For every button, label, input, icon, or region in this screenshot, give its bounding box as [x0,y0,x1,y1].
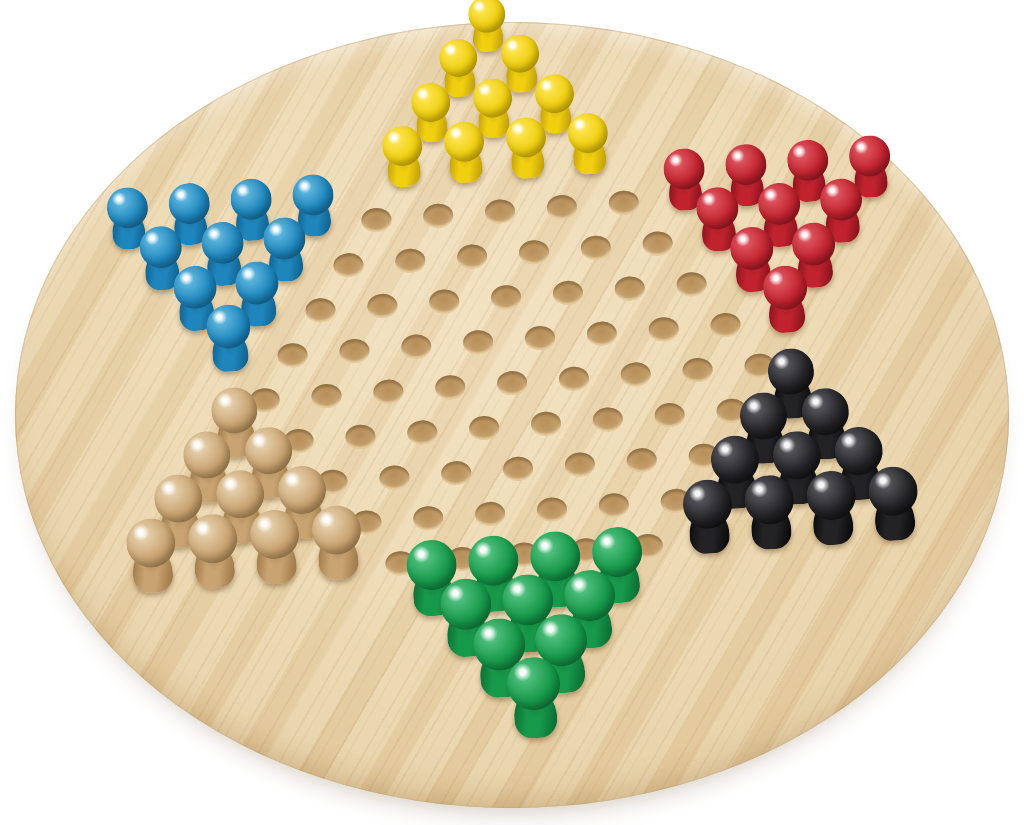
hole[interactable] [456,243,488,269]
board-cell [514,400,579,447]
board-cell [665,346,730,393]
hole[interactable] [546,194,578,220]
hole[interactable] [345,423,377,449]
peg-natural-wood[interactable] [248,508,302,586]
hole[interactable] [586,320,618,346]
hole[interactable] [406,419,438,445]
board-cell [182,552,247,599]
board-cell [755,297,820,344]
board-cell [801,509,866,556]
board-cell [244,548,309,595]
board-cell [458,490,523,537]
hole[interactable] [530,410,562,436]
board-cell [452,404,517,451]
peg-grid [85,0,940,775]
board-cell [362,453,427,500]
hole[interactable] [373,378,405,404]
hole[interactable] [468,415,500,441]
board-cell [520,485,585,532]
board-cell [306,543,371,590]
board-cell [356,368,421,415]
board-cell [597,264,662,311]
hole[interactable] [490,284,522,310]
hole[interactable] [580,234,612,260]
board-cell [557,138,622,185]
board-cell [418,363,483,410]
hole[interactable] [361,207,393,233]
board-cell [260,331,325,378]
photo-scene [0,0,1024,825]
board-cell [863,505,928,552]
peg-blue[interactable] [205,303,254,373]
peg-red[interactable] [762,264,811,334]
board-cell [121,556,186,603]
board-cell [739,513,804,560]
board-cell [603,350,668,397]
hole[interactable] [518,239,550,265]
hole[interactable] [422,202,454,228]
peg-yellow[interactable] [381,125,425,188]
hole[interactable] [277,342,309,368]
board-cell [609,436,674,483]
peg-yellow[interactable] [505,116,549,179]
hole[interactable] [440,460,472,486]
board-cell [508,314,573,361]
peg-green[interactable] [505,656,563,740]
hole[interactable] [710,311,742,337]
peg-yellow[interactable] [443,121,487,184]
hole[interactable] [682,357,714,383]
hole[interactable] [428,288,460,314]
board-cell [480,359,545,406]
board-cell [446,318,511,365]
hole[interactable] [592,406,624,432]
board-cell [412,277,477,324]
hole[interactable] [642,230,674,256]
board-cell [198,335,263,382]
board-cell [288,286,353,333]
peg-black[interactable] [743,473,797,551]
peg-yellow[interactable] [566,112,610,175]
board-cell [384,322,449,369]
hole[interactable] [367,292,399,318]
board-cell [406,192,471,239]
hole[interactable] [496,369,528,395]
board-cell [496,142,561,189]
board-cell [350,282,415,329]
hole[interactable] [339,337,371,363]
board-cell [434,147,499,194]
board-cell [502,228,567,275]
peg-black[interactable] [866,465,920,543]
peg-natural-wood[interactable] [186,512,240,590]
board-cell [378,237,443,284]
hole[interactable] [620,361,652,387]
peg-natural-wood[interactable] [124,517,178,595]
board-cell [569,310,634,357]
hole[interactable] [502,455,534,481]
board-cell [344,196,409,243]
hole[interactable] [484,198,516,224]
board-cell [486,445,551,492]
board-cell [390,408,455,455]
hole[interactable] [524,324,556,350]
hole[interactable] [333,252,365,278]
board-cell [547,440,612,487]
hole[interactable] [676,271,708,297]
board-cell [535,269,600,316]
board-cell [322,327,387,374]
board-cell [659,260,724,307]
hole[interactable] [311,382,343,408]
board-cell [575,395,640,442]
hole[interactable] [564,451,596,477]
board-cell [440,232,505,279]
hole[interactable] [626,447,658,473]
hole[interactable] [536,496,568,522]
board-cell [631,305,696,352]
board-cell [541,355,606,402]
board-cell [677,517,742,564]
board-cell [563,224,628,271]
hole[interactable] [394,247,426,273]
board-cell [474,273,539,320]
hole[interactable] [379,464,411,490]
peg-black[interactable] [805,469,859,547]
board-cell [328,413,393,460]
board-cell [424,449,489,496]
hole[interactable] [462,329,494,355]
board-cell [294,372,359,419]
board-cell [504,702,569,749]
hole[interactable] [412,505,444,531]
hole[interactable] [558,365,590,391]
board-cell [529,183,594,230]
board-cell [468,187,533,234]
hole[interactable] [400,333,432,359]
board-cell [625,219,690,266]
hole[interactable] [648,316,680,342]
board-cell [316,241,381,288]
board-cell [591,179,656,226]
hole[interactable] [614,275,646,301]
board-cell [693,301,758,348]
hole[interactable] [608,189,640,215]
peg-black[interactable] [681,478,735,556]
board-cell [637,391,702,438]
board-cell [581,481,646,528]
hole[interactable] [474,500,506,526]
hole[interactable] [552,279,584,305]
board-cell [396,494,461,541]
peg-natural-wood[interactable] [310,504,364,582]
hole[interactable] [305,297,337,323]
hole[interactable] [654,402,686,428]
hole[interactable] [434,374,466,400]
board-cell [372,151,437,198]
hole[interactable] [598,492,630,518]
